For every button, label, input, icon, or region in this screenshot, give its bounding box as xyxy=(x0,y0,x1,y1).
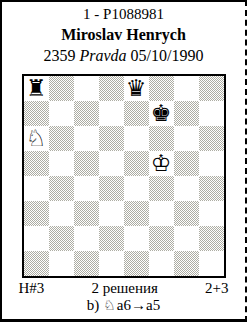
square-f2 xyxy=(149,226,174,251)
author-name: Miroslav Henrych xyxy=(2,24,245,45)
caption-row: H#3 2 решения 2+3 xyxy=(19,280,229,297)
square-g5 xyxy=(174,151,199,176)
square-e2 xyxy=(124,226,149,251)
stipulation: H#3 xyxy=(19,280,45,297)
square-e3 xyxy=(124,201,149,226)
square-a2 xyxy=(24,226,49,251)
square-f4 xyxy=(149,176,174,201)
square-g8 xyxy=(174,76,199,101)
square-g6 xyxy=(174,126,199,151)
twin-prefix: b) xyxy=(87,297,100,313)
black-rook-piece: ♜ xyxy=(26,76,47,101)
white-knight-piece: ♘ xyxy=(26,126,47,151)
twin-line: b)♘a6→a5 xyxy=(2,297,245,314)
square-f6 xyxy=(149,126,174,151)
square-b8 xyxy=(49,76,74,101)
square-d3 xyxy=(99,201,124,226)
square-h3 xyxy=(199,201,224,226)
square-b3 xyxy=(49,201,74,226)
square-e5 xyxy=(124,151,149,176)
square-a8: ♜ xyxy=(24,76,49,101)
square-d4 xyxy=(99,176,124,201)
square-c4 xyxy=(74,176,99,201)
square-g3 xyxy=(174,201,199,226)
black-queen-piece: ♛ xyxy=(126,76,147,101)
square-c1 xyxy=(74,251,99,276)
square-d5 xyxy=(99,151,124,176)
square-c8 xyxy=(74,76,99,101)
square-h7 xyxy=(199,101,224,126)
solutions-note: 2 решения xyxy=(91,280,158,297)
square-f3 xyxy=(149,201,174,226)
square-h8 xyxy=(199,76,224,101)
source-name: Pravda xyxy=(80,47,127,64)
square-g4 xyxy=(174,176,199,201)
square-g7 xyxy=(174,101,199,126)
problem-card: 1 - P1088981 Miroslav Henrych 2359Pravda… xyxy=(0,0,247,322)
square-d8 xyxy=(99,76,124,101)
square-f1 xyxy=(149,251,174,276)
square-f8 xyxy=(149,76,174,101)
square-b4 xyxy=(49,176,74,201)
white-king-piece: ♔ xyxy=(151,151,172,176)
square-d7 xyxy=(99,101,124,126)
square-b5 xyxy=(49,151,74,176)
problem-id: 1 - P1088981 xyxy=(2,5,245,24)
white-knight-icon: ♘ xyxy=(103,297,116,313)
square-d2 xyxy=(99,226,124,251)
square-c2 xyxy=(74,226,99,251)
square-h4 xyxy=(199,176,224,201)
square-b1 xyxy=(49,251,74,276)
square-d6 xyxy=(99,126,124,151)
source-number: 2359 xyxy=(44,47,76,64)
square-a4 xyxy=(24,176,49,201)
square-a5 xyxy=(24,151,49,176)
square-f5: ♔ xyxy=(149,151,174,176)
source-line: 2359Pravda05/10/1990 xyxy=(2,45,245,66)
square-h6 xyxy=(199,126,224,151)
black-king-piece: ♚ xyxy=(151,101,172,126)
square-h5 xyxy=(199,151,224,176)
twin-move: a6→a5 xyxy=(117,297,160,313)
square-f7: ♚ xyxy=(149,101,174,126)
square-b7 xyxy=(49,101,74,126)
chess-board: ♜♛♚♘♔ xyxy=(22,74,226,278)
square-c7 xyxy=(74,101,99,126)
material-count: 2+3 xyxy=(205,280,228,297)
square-g1 xyxy=(174,251,199,276)
square-e4 xyxy=(124,176,149,201)
square-e1 xyxy=(124,251,149,276)
source-date: 05/10/1990 xyxy=(131,47,204,64)
square-e7 xyxy=(124,101,149,126)
square-c3 xyxy=(74,201,99,226)
square-a6: ♘ xyxy=(24,126,49,151)
square-c5 xyxy=(74,151,99,176)
square-h2 xyxy=(199,226,224,251)
square-h1 xyxy=(199,251,224,276)
square-g2 xyxy=(174,226,199,251)
square-b2 xyxy=(49,226,74,251)
square-a7 xyxy=(24,101,49,126)
square-a3 xyxy=(24,201,49,226)
square-d1 xyxy=(99,251,124,276)
square-a1 xyxy=(24,251,49,276)
square-e6 xyxy=(124,126,149,151)
square-b6 xyxy=(49,126,74,151)
square-c6 xyxy=(74,126,99,151)
header: 1 - P1088981 Miroslav Henrych 2359Pravda… xyxy=(2,2,245,66)
square-e8: ♛ xyxy=(124,76,149,101)
